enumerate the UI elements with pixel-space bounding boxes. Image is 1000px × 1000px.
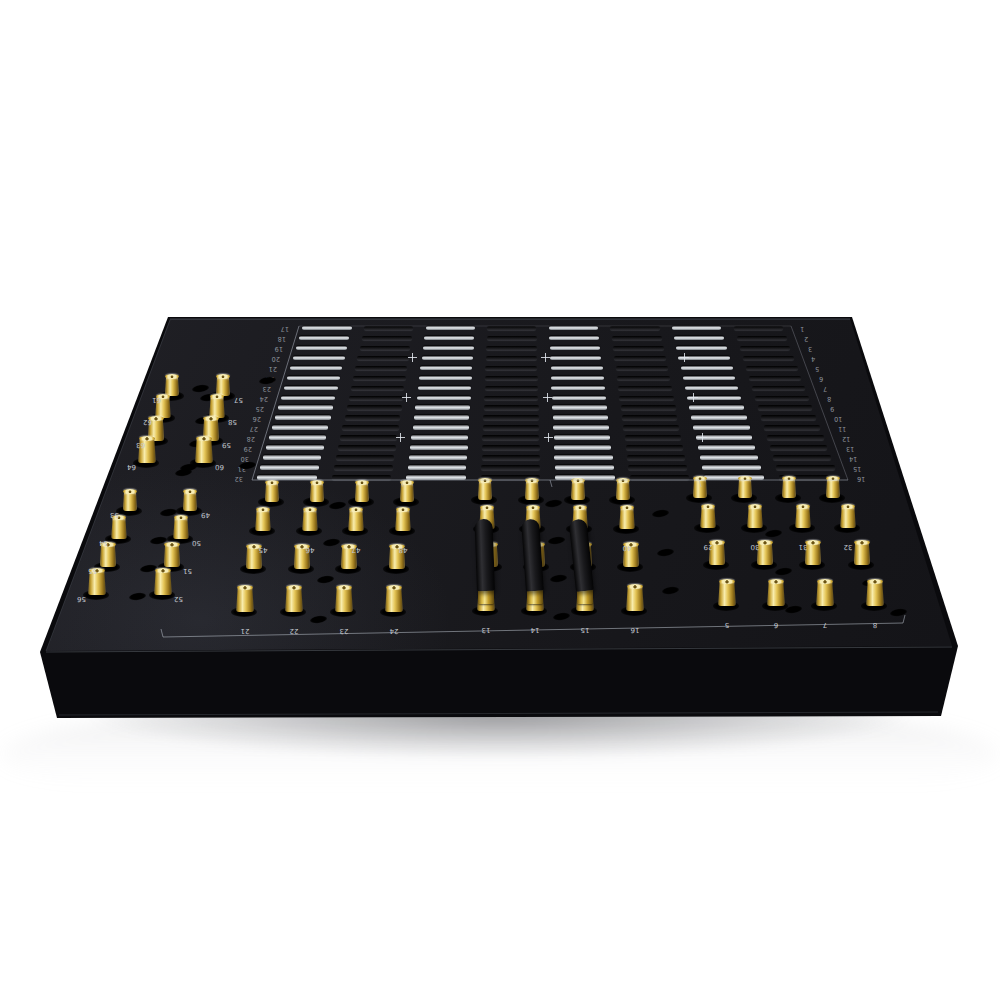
vent-slot	[555, 475, 615, 480]
vent-slot	[613, 346, 664, 350]
sma-port-23	[335, 587, 353, 612]
vent-slot	[551, 376, 604, 380]
vent-slot	[485, 386, 538, 390]
sma-port-cap	[196, 436, 212, 441]
alignment-cross	[545, 353, 546, 362]
vent-slot	[422, 356, 473, 360]
sma-port-16	[626, 586, 644, 611]
sma-port-cap	[400, 480, 413, 485]
sma-port-45	[255, 510, 271, 531]
vent-slot	[734, 326, 783, 330]
port-label-15: 15	[581, 626, 590, 633]
sma-port-28	[826, 479, 841, 499]
vent-slot	[414, 415, 469, 420]
vent-slot	[683, 376, 736, 380]
port-label-45: 45	[259, 546, 268, 553]
vent-row-label-left: 23	[262, 384, 270, 391]
port-label-31: 31	[799, 543, 808, 550]
port-label-22: 22	[290, 627, 299, 634]
sma-port-cap	[757, 540, 772, 545]
sma-port-53	[123, 492, 138, 512]
vent-slot	[628, 465, 687, 470]
vent-slot	[485, 376, 538, 380]
sma-port-cap	[478, 478, 491, 483]
vent-slot	[689, 405, 744, 410]
vent-slot	[266, 445, 324, 450]
port-label-24: 24	[390, 627, 399, 634]
alignment-cross	[547, 393, 548, 402]
sma-port-cap	[826, 476, 839, 481]
vent-slot	[481, 465, 540, 470]
vent-slot	[626, 445, 684, 450]
port-label-32: 32	[844, 543, 853, 550]
vent-slot	[353, 376, 406, 380]
vent-slot	[409, 455, 467, 460]
sma-port-cap	[155, 568, 171, 573]
vent-slot	[357, 356, 408, 360]
vent-slot	[704, 475, 764, 480]
vent-slot	[269, 435, 326, 440]
vent-slot	[257, 475, 317, 480]
vent-slot	[698, 445, 756, 450]
sma-port-41	[265, 483, 280, 503]
alignment-cross	[684, 353, 685, 362]
vent-row-label-right: 12	[842, 434, 850, 441]
sma-port-27	[782, 479, 797, 499]
vent-slot	[484, 405, 539, 410]
vent-slot	[410, 445, 468, 450]
vent-row-label-left: 25	[256, 404, 264, 411]
vent-slot	[767, 435, 824, 440]
port-label-60: 60	[215, 463, 224, 470]
vent-slot	[260, 465, 319, 470]
port-label-56: 56	[77, 595, 86, 602]
vent-slot	[362, 336, 412, 340]
vent-slot	[672, 326, 721, 330]
vent-slot	[553, 425, 609, 430]
vent-slot	[483, 415, 538, 420]
port-label-63: 63	[136, 441, 145, 448]
vent-slot	[550, 346, 601, 350]
vent-slot	[263, 455, 321, 460]
vent-slot	[630, 475, 690, 480]
vent-row-label-right: 14	[849, 454, 857, 461]
vent-slot	[287, 376, 340, 380]
port-label-51: 51	[183, 567, 192, 574]
vent-slot	[554, 455, 612, 460]
vent-slot	[302, 326, 351, 330]
vent-slot	[408, 465, 467, 470]
vent-slot	[685, 386, 738, 390]
sma-port-cap	[386, 585, 402, 590]
vent-slot	[549, 336, 599, 340]
port-label-53: 53	[110, 511, 119, 518]
sma-port-cap	[164, 542, 179, 547]
vent-slot	[482, 455, 540, 460]
sma-port-cap	[203, 416, 218, 421]
vent-slot	[691, 415, 746, 420]
sma-port-35	[571, 481, 586, 501]
port-label-16: 16	[631, 626, 640, 633]
vent-slot	[406, 475, 466, 480]
sma-port-cap	[805, 540, 820, 545]
port-label-21: 21	[241, 627, 250, 634]
sma-port-43	[355, 483, 370, 503]
vent-slot	[776, 465, 835, 470]
sma-port-cap	[165, 374, 178, 379]
vent-slot	[281, 396, 335, 400]
sma-port-cap	[525, 478, 538, 483]
port-label-40: 40	[623, 544, 632, 551]
port-label-14: 14	[531, 626, 540, 633]
vent-row-label-left: 21	[268, 364, 276, 371]
sma-port-31	[795, 507, 811, 528]
vent-slot	[486, 356, 537, 360]
vent-slot	[619, 396, 673, 400]
antenna-nut	[478, 589, 494, 604]
table-reflection	[30, 708, 970, 794]
sma-port-30	[747, 507, 763, 528]
vent-slot	[347, 405, 402, 410]
vent-slot	[340, 435, 397, 440]
port-label-29: 29	[704, 543, 713, 550]
sma-port-54	[111, 518, 127, 539]
port-label-61: 61	[152, 396, 161, 403]
vent-slot	[740, 346, 791, 350]
vent-slot	[413, 425, 469, 430]
sma-port-42	[310, 483, 325, 503]
vent-slot	[761, 415, 816, 420]
port-label-52: 52	[174, 595, 183, 602]
sma-port-44	[400, 483, 415, 503]
sma-port-5	[718, 581, 736, 606]
vent-slot	[616, 366, 668, 370]
vent-row-label-right: 16	[857, 474, 865, 481]
port-label-64: 64	[127, 463, 136, 470]
vent-slot	[345, 415, 400, 420]
vent-slot	[614, 356, 665, 360]
vent-slot	[622, 415, 677, 420]
vent-slot	[482, 435, 539, 440]
vent-row-label-left: 24	[259, 394, 267, 401]
port-label-54: 54	[99, 539, 108, 546]
vent-slot	[700, 455, 758, 460]
port-label-46: 46	[306, 546, 315, 553]
sma-port-40	[619, 508, 635, 529]
sma-port-57	[216, 377, 231, 397]
vent-row-label-left: 19	[275, 344, 283, 351]
sma-port-cap	[571, 478, 584, 483]
sma-port-cap	[817, 579, 833, 584]
vent-slot	[351, 386, 404, 390]
vent-slot	[554, 435, 611, 440]
vent-row-label-left: 32	[235, 474, 243, 481]
vent-slot	[758, 405, 813, 410]
vent-slot	[770, 445, 828, 450]
port-label-30: 30	[751, 543, 760, 550]
alignment-cross	[412, 353, 413, 362]
vent-row-label-left: 28	[247, 434, 255, 441]
sma-port-cap	[854, 540, 869, 545]
sma-port-46	[302, 510, 318, 531]
port-label-50: 50	[192, 539, 201, 546]
vent-row-label-right: 5	[815, 364, 819, 371]
vent-slot	[411, 435, 468, 440]
sma-port-4	[854, 542, 871, 565]
vent-slot	[486, 346, 537, 350]
vent-row-label-left: 30	[241, 454, 249, 461]
sma-port-34	[525, 481, 540, 501]
vent-slot	[554, 445, 612, 450]
vent-slot	[275, 415, 330, 420]
vent-slot	[555, 465, 614, 470]
sma-port-48	[395, 510, 411, 531]
alignment-cross	[400, 433, 401, 442]
sma-port-cap	[310, 480, 323, 485]
vent-row-label-right: 15	[853, 464, 861, 471]
sma-port-cap	[738, 476, 751, 481]
vent-slot	[764, 425, 820, 430]
port-label-8: 8	[873, 621, 877, 628]
vent-slot	[418, 386, 471, 390]
sma-port-50	[173, 518, 189, 539]
sma-port-33	[478, 481, 493, 501]
vent-slot	[420, 366, 472, 370]
port-label-7: 7	[823, 621, 827, 628]
vent-slot	[483, 425, 539, 430]
vent-slot	[693, 425, 749, 430]
antenna-13	[474, 519, 495, 592]
vent-slot	[487, 336, 537, 340]
vent-slot	[296, 346, 347, 350]
port-label-23: 23	[340, 627, 349, 634]
vent-slot	[484, 396, 538, 400]
sma-port-8	[866, 581, 884, 606]
vent-slot	[549, 326, 598, 330]
vent-slot	[551, 366, 603, 370]
vent-slot	[355, 366, 407, 370]
port-label-5: 5	[725, 621, 729, 628]
sma-port-cap	[867, 579, 883, 584]
vent-slot	[552, 405, 607, 410]
vent-slot	[349, 396, 403, 400]
vent-slot	[550, 356, 601, 360]
vent-slot	[293, 356, 344, 360]
sma-port-cap	[719, 579, 735, 584]
vent-row-label-left: 27	[250, 424, 258, 431]
port-label-47: 47	[352, 546, 361, 553]
vent-row-label-right: 3	[808, 344, 812, 351]
vent-row-label-left: 17	[281, 325, 289, 332]
sma-port-cap	[183, 489, 196, 494]
sma-port-60	[195, 438, 213, 463]
sma-port-61	[165, 377, 180, 397]
vent-row-label-left: 18	[278, 334, 286, 341]
vent-row-label-left: 29	[244, 444, 252, 451]
vent-slot	[625, 435, 682, 440]
vent-slot	[284, 386, 337, 390]
vent-slot	[676, 346, 727, 350]
vent-slot	[623, 425, 679, 430]
sma-port-cap	[336, 585, 352, 590]
port-label-49: 49	[201, 511, 210, 518]
vent-row-label-right: 9	[830, 404, 834, 411]
vent-row-label-right: 10	[834, 414, 842, 421]
alignment-cross	[406, 393, 407, 402]
chassis-top-panel	[0, 0, 1000, 1000]
vent-slot	[419, 376, 472, 380]
vent-slot	[551, 386, 604, 390]
vent-slot	[482, 445, 540, 450]
sma-port-cap	[123, 489, 136, 494]
sma-port-cap	[216, 374, 229, 379]
vent-slot	[336, 455, 394, 460]
vent-slot	[334, 465, 393, 470]
vent-slot	[755, 396, 809, 400]
sma-port-47	[348, 510, 364, 531]
vent-slot	[342, 425, 398, 430]
vent-row-label-right: 7	[823, 384, 827, 391]
vent-slot	[752, 386, 805, 390]
vent-slot	[610, 326, 659, 330]
sma-port-36	[616, 481, 631, 501]
sma-port-cap	[627, 584, 643, 589]
sma-port-cap	[768, 579, 784, 584]
port-label-58: 58	[228, 418, 237, 425]
port-label-59: 59	[222, 441, 231, 448]
sma-port-cap	[265, 480, 278, 485]
vent-slot	[272, 425, 328, 430]
sma-port-cap	[355, 480, 368, 485]
vent-row-label-right: 11	[838, 424, 846, 431]
sma-port-cap	[237, 585, 253, 590]
vent-slot	[424, 336, 474, 340]
vent-slot	[674, 336, 724, 340]
sma-port-55	[100, 544, 117, 567]
vent-slot	[299, 336, 349, 340]
sma-port-cap	[286, 585, 302, 590]
alignment-cross	[702, 433, 703, 442]
vent-slot	[702, 465, 761, 470]
port-label-62: 62	[143, 418, 152, 425]
port-label-55: 55	[88, 567, 97, 574]
alignment-cross	[693, 393, 694, 402]
vent-slot	[278, 405, 333, 410]
vent-slot	[415, 405, 470, 410]
vent-row-label-left: 20	[272, 354, 280, 361]
vent-slot	[749, 376, 802, 380]
sma-port-26	[738, 479, 753, 499]
vent-slot	[485, 366, 537, 370]
vent-row-label-right: 8	[827, 394, 831, 401]
sma-port-49	[183, 492, 198, 512]
sma-port-7	[816, 581, 834, 606]
vent-slot	[737, 336, 787, 340]
vent-slot	[290, 366, 342, 370]
sma-port-58	[209, 397, 225, 418]
sma-port-32	[840, 507, 856, 528]
vent-slot	[621, 405, 676, 410]
sma-port-6	[767, 581, 785, 606]
vent-slot	[743, 356, 794, 360]
vent-slot	[417, 396, 471, 400]
vent-row-label-right: 13	[846, 444, 854, 451]
vent-slot	[617, 376, 670, 380]
vent-slot	[487, 326, 536, 330]
port-label-13: 13	[482, 626, 491, 633]
vent-slot	[552, 396, 606, 400]
product-photo-stage: 1711821932042152262372482592610271128122…	[0, 0, 1000, 1000]
vent-slot	[338, 445, 396, 450]
vent-slot	[426, 326, 475, 330]
vent-row-label-right: 4	[811, 354, 815, 361]
sma-port-21	[236, 587, 254, 612]
vent-slot	[681, 366, 733, 370]
sma-port-cap	[693, 476, 706, 481]
sma-port-cap	[616, 478, 629, 483]
vent-slot	[423, 346, 474, 350]
sma-port-cap	[782, 476, 795, 481]
sma-port-29	[700, 507, 716, 528]
vent-slot	[746, 366, 798, 370]
vent-slot	[360, 346, 411, 350]
vent-slot	[773, 455, 831, 460]
alignment-cross	[548, 433, 549, 442]
port-label-48: 48	[399, 546, 408, 553]
vent-slot	[553, 415, 608, 420]
port-label-57: 57	[234, 396, 243, 403]
sma-port-52	[154, 570, 172, 595]
vent-slot	[612, 336, 662, 340]
vent-slot	[627, 455, 685, 460]
vent-row-label-right: 1	[800, 325, 804, 332]
port-label-6: 6	[774, 621, 778, 628]
sma-port-25	[693, 479, 708, 499]
vent-row-label-right: 2	[804, 334, 808, 341]
sma-port-24	[385, 587, 403, 612]
sma-port-51	[164, 544, 181, 567]
vent-row-label-left: 26	[253, 414, 261, 421]
vent-row-label-right: 6	[819, 374, 823, 381]
sma-port-22	[285, 587, 303, 612]
vent-slot	[364, 326, 413, 330]
vent-slot	[618, 386, 671, 390]
